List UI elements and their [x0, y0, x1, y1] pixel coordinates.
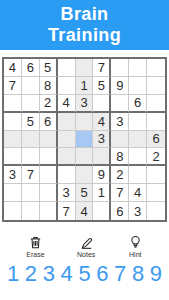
hint-button[interactable]: Hint	[128, 235, 143, 258]
cell-r9c1[interactable]	[4, 202, 22, 220]
trash-icon	[28, 235, 43, 250]
cell-r6c2[interactable]	[22, 148, 40, 166]
cell-r2c5[interactable]: 1	[76, 77, 94, 95]
cell-r8c6[interactable]: 1	[93, 184, 111, 202]
cell-r6c1[interactable]	[4, 148, 22, 166]
erase-button[interactable]: Erase	[26, 235, 44, 258]
numpad-6[interactable]: 6	[96, 262, 108, 286]
cell-r3c3[interactable]: 2	[40, 95, 58, 113]
cell-r9c9[interactable]	[147, 202, 165, 220]
cell-r7c5[interactable]	[76, 166, 94, 184]
cell-r5c3[interactable]	[40, 131, 58, 149]
cell-r7c9[interactable]	[147, 166, 165, 184]
numpad-1[interactable]: 1	[7, 262, 19, 286]
cell-r4c6[interactable]: 4	[93, 113, 111, 131]
cell-r3c7[interactable]	[111, 95, 129, 113]
cell-r4c4[interactable]	[58, 113, 76, 131]
cell-r4c2[interactable]: 5	[22, 113, 40, 131]
cell-r6c6[interactable]	[93, 148, 111, 166]
cell-r3c9[interactable]	[147, 95, 165, 113]
cell-r2c1[interactable]: 7	[4, 77, 22, 95]
cell-r3c5[interactable]: 3	[76, 95, 94, 113]
numpad-8[interactable]: 8	[132, 262, 144, 286]
app-title-line1: Brain	[60, 4, 108, 25]
cell-r4c7[interactable]: 3	[111, 113, 129, 131]
cell-r3c2[interactable]	[22, 95, 40, 113]
cell-r7c2[interactable]: 7	[22, 166, 40, 184]
cell-r5c5[interactable]	[76, 131, 94, 149]
cell-r1c4[interactable]	[58, 59, 76, 77]
cell-r6c9[interactable]: 2	[147, 148, 165, 166]
hint-label: Hint	[129, 251, 141, 258]
cell-r9c6[interactable]	[93, 202, 111, 220]
cell-r4c8[interactable]	[129, 113, 147, 131]
cell-r5c2[interactable]	[22, 131, 40, 149]
cell-r3c6[interactable]	[93, 95, 111, 113]
cell-r9c3[interactable]	[40, 202, 58, 220]
cell-r5c6[interactable]: 3	[93, 131, 111, 149]
cell-r5c4[interactable]	[58, 131, 76, 149]
cell-r8c1[interactable]	[4, 184, 22, 202]
notes-button[interactable]: Notes	[77, 235, 95, 258]
cell-r9c7[interactable]: 6	[111, 202, 129, 220]
numpad-4[interactable]: 4	[61, 262, 73, 286]
cell-r2c2[interactable]	[22, 77, 40, 95]
cell-r2c3[interactable]: 8	[40, 77, 58, 95]
cell-r6c8[interactable]	[129, 148, 147, 166]
cell-r1c8[interactable]	[129, 59, 147, 77]
cell-r7c8[interactable]	[129, 166, 147, 184]
cell-r1c7[interactable]	[111, 59, 129, 77]
cell-r3c1[interactable]	[4, 95, 22, 113]
cell-r6c5[interactable]	[76, 148, 94, 166]
cell-r1c3[interactable]: 5	[40, 59, 58, 77]
cell-r1c5[interactable]	[76, 59, 94, 77]
pencil-icon	[79, 235, 94, 250]
cell-r8c2[interactable]	[22, 184, 40, 202]
app-title-line2: Training	[48, 25, 121, 46]
cell-r9c2[interactable]	[22, 202, 40, 220]
cell-r8c9[interactable]	[147, 184, 165, 202]
numpad-7[interactable]: 7	[114, 262, 126, 286]
numpad: 123456789	[0, 262, 169, 286]
numpad-5[interactable]: 5	[78, 262, 90, 286]
notes-label: Notes	[77, 251, 95, 258]
cell-r6c3[interactable]	[40, 148, 58, 166]
lightbulb-icon	[128, 235, 143, 250]
erase-label: Erase	[26, 251, 44, 258]
cell-r7c6[interactable]: 9	[93, 166, 111, 184]
cell-r2c9[interactable]	[147, 77, 165, 95]
cell-r4c9[interactable]	[147, 113, 165, 131]
cell-r7c4[interactable]	[58, 166, 76, 184]
numpad-9[interactable]: 9	[150, 262, 162, 286]
cell-r7c7[interactable]: 2	[111, 166, 129, 184]
cell-r9c8[interactable]: 3	[129, 202, 147, 220]
numpad-3[interactable]: 3	[43, 262, 55, 286]
cell-r5c9[interactable]: 6	[147, 131, 165, 149]
numpad-2[interactable]: 2	[25, 262, 37, 286]
cell-r3c4[interactable]: 4	[58, 95, 76, 113]
cell-r8c3[interactable]	[40, 184, 58, 202]
cell-r7c1[interactable]: 3	[4, 166, 22, 184]
cell-r5c8[interactable]	[129, 131, 147, 149]
cell-r6c4[interactable]	[58, 148, 76, 166]
toolbar: Erase Notes Hint	[0, 235, 169, 258]
cell-r3c8[interactable]: 6	[129, 95, 147, 113]
cell-r1c1[interactable]: 4	[4, 59, 22, 77]
cell-r1c6[interactable]: 7	[93, 59, 111, 77]
cell-r8c5[interactable]: 5	[76, 184, 94, 202]
cell-r8c4[interactable]: 3	[58, 184, 76, 202]
cell-r4c5[interactable]	[76, 113, 94, 131]
cell-r1c9[interactable]	[147, 59, 165, 77]
cell-r4c3[interactable]: 6	[40, 113, 58, 131]
cell-r5c7[interactable]	[111, 131, 129, 149]
app-header: Brain Training	[0, 0, 169, 50]
cell-r6c7[interactable]: 8	[111, 148, 129, 166]
cell-r2c7[interactable]: 9	[111, 77, 129, 95]
cell-r1c2[interactable]: 6	[22, 59, 40, 77]
cell-r2c6[interactable]: 5	[93, 77, 111, 95]
cell-r2c8[interactable]	[129, 77, 147, 95]
cell-r2c4[interactable]	[58, 77, 76, 95]
sudoku-board: 4657781592436564336823792351747463	[2, 57, 167, 222]
cell-r4c1[interactable]	[4, 113, 22, 131]
cell-r5c1[interactable]	[4, 131, 22, 149]
cell-r7c3[interactable]	[40, 166, 58, 184]
cell-r8c8[interactable]: 4	[129, 184, 147, 202]
cell-r8c7[interactable]: 7	[111, 184, 129, 202]
cell-r9c5[interactable]: 4	[76, 202, 94, 220]
cell-r9c4[interactable]: 7	[58, 202, 76, 220]
